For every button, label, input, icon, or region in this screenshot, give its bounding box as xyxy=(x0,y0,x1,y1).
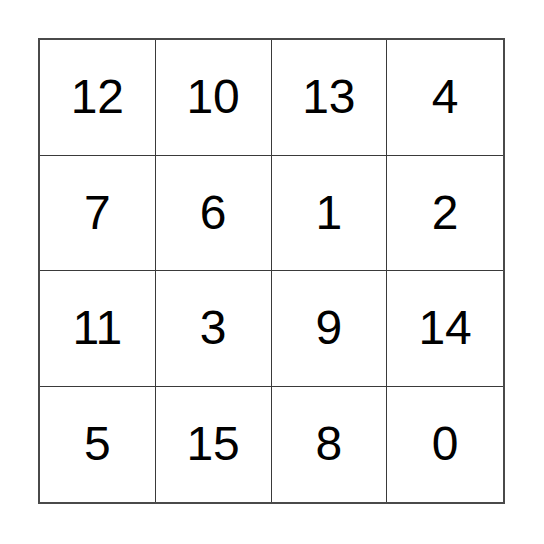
tile-8[interactable]: 8 xyxy=(272,387,388,503)
tile-15[interactable]: 15 xyxy=(156,387,272,503)
tile-0[interactable]: 0 xyxy=(387,387,503,503)
tile-3[interactable]: 3 xyxy=(156,271,272,387)
tile-1[interactable]: 1 xyxy=(272,156,388,272)
tile-9[interactable]: 9 xyxy=(272,271,388,387)
tile-10[interactable]: 10 xyxy=(156,40,272,156)
tile-7[interactable]: 7 xyxy=(40,156,156,272)
tile-5[interactable]: 5 xyxy=(40,387,156,503)
tile-14[interactable]: 14 xyxy=(387,271,503,387)
tile-12[interactable]: 12 xyxy=(40,40,156,156)
puzzle-board: 1210134761211391451580 xyxy=(38,38,505,504)
tile-6[interactable]: 6 xyxy=(156,156,272,272)
tile-2[interactable]: 2 xyxy=(387,156,503,272)
tile-11[interactable]: 11 xyxy=(40,271,156,387)
tile-13[interactable]: 13 xyxy=(272,40,388,156)
tile-4[interactable]: 4 xyxy=(387,40,503,156)
